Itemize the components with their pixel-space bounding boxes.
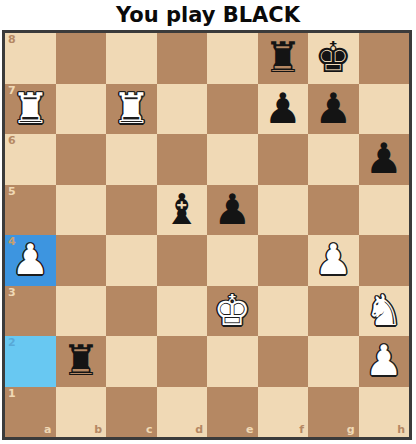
square-f1[interactable]: f — [258, 387, 309, 438]
square-d5[interactable]: ♝ — [157, 185, 208, 236]
file-label-a: a — [44, 424, 51, 436]
square-d8[interactable] — [157, 33, 208, 84]
square-h7[interactable] — [359, 84, 410, 135]
piece-white-knight[interactable]: ♞ — [359, 286, 410, 337]
square-a5[interactable]: 5 — [5, 185, 56, 236]
square-b6[interactable] — [56, 134, 107, 185]
piece-white-pawn[interactable]: ♟ — [308, 235, 359, 286]
square-e8[interactable] — [207, 33, 258, 84]
square-c4[interactable] — [106, 235, 157, 286]
square-a4[interactable]: 4♟ — [5, 235, 56, 286]
piece-white-pawn[interactable]: ♟ — [5, 235, 56, 286]
square-c7[interactable]: ♜ — [106, 84, 157, 135]
piece-black-rook[interactable]: ♜ — [56, 336, 107, 387]
rank-label-2: 2 — [8, 337, 16, 349]
chess-board: 8♜♚7♜♜♟♟6♟5♝♟4♟♟3♚♞2♜♟1abcdefgh — [2, 30, 412, 440]
square-a3[interactable]: 3 — [5, 286, 56, 337]
square-e4[interactable] — [207, 235, 258, 286]
square-c5[interactable] — [106, 185, 157, 236]
square-e3[interactable]: ♚ — [207, 286, 258, 337]
piece-white-rook[interactable]: ♜ — [106, 84, 157, 135]
square-c8[interactable] — [106, 33, 157, 84]
square-d4[interactable] — [157, 235, 208, 286]
square-e7[interactable] — [207, 84, 258, 135]
file-label-e: e — [246, 424, 253, 436]
square-h6[interactable]: ♟ — [359, 134, 410, 185]
rank-label-1: 1 — [8, 388, 16, 400]
square-b7[interactable] — [56, 84, 107, 135]
piece-white-pawn[interactable]: ♟ — [359, 336, 410, 387]
square-b3[interactable] — [56, 286, 107, 337]
square-e6[interactable] — [207, 134, 258, 185]
square-g3[interactable] — [308, 286, 359, 337]
square-a7[interactable]: 7♜ — [5, 84, 56, 135]
square-a6[interactable]: 6 — [5, 134, 56, 185]
piece-black-king[interactable]: ♚ — [308, 33, 359, 84]
rank-label-5: 5 — [8, 186, 16, 198]
piece-black-pawn[interactable]: ♟ — [308, 84, 359, 135]
piece-black-bishop[interactable]: ♝ — [157, 185, 208, 236]
square-f6[interactable] — [258, 134, 309, 185]
square-e2[interactable] — [207, 336, 258, 387]
square-g5[interactable] — [308, 185, 359, 236]
square-e1[interactable]: e — [207, 387, 258, 438]
square-g8[interactable]: ♚ — [308, 33, 359, 84]
square-c6[interactable] — [106, 134, 157, 185]
rank-label-8: 8 — [8, 34, 16, 46]
square-f5[interactable] — [258, 185, 309, 236]
piece-black-pawn[interactable]: ♟ — [258, 84, 309, 135]
square-b5[interactable] — [56, 185, 107, 236]
piece-black-rook[interactable]: ♜ — [258, 33, 309, 84]
square-d7[interactable] — [157, 84, 208, 135]
square-c1[interactable]: c — [106, 387, 157, 438]
square-d3[interactable] — [157, 286, 208, 337]
square-b2[interactable]: ♜ — [56, 336, 107, 387]
piece-white-rook[interactable]: ♜ — [5, 84, 56, 135]
rank-label-6: 6 — [8, 135, 16, 147]
square-h8[interactable] — [359, 33, 410, 84]
piece-white-king[interactable]: ♚ — [207, 286, 258, 337]
square-f8[interactable]: ♜ — [258, 33, 309, 84]
rank-label-3: 3 — [8, 287, 16, 299]
file-label-g: g — [347, 424, 355, 436]
square-h4[interactable] — [359, 235, 410, 286]
square-b1[interactable]: b — [56, 387, 107, 438]
square-c3[interactable] — [106, 286, 157, 337]
square-f7[interactable]: ♟ — [258, 84, 309, 135]
square-d1[interactable]: d — [157, 387, 208, 438]
square-h1[interactable]: h — [359, 387, 410, 438]
square-e5[interactable]: ♟ — [207, 185, 258, 236]
square-g4[interactable]: ♟ — [308, 235, 359, 286]
square-h3[interactable]: ♞ — [359, 286, 410, 337]
page-title: You play BLACK — [0, 0, 416, 30]
square-f2[interactable] — [258, 336, 309, 387]
square-d6[interactable] — [157, 134, 208, 185]
square-c2[interactable] — [106, 336, 157, 387]
square-h5[interactable] — [359, 185, 410, 236]
piece-black-pawn[interactable]: ♟ — [359, 134, 410, 185]
square-d2[interactable] — [157, 336, 208, 387]
square-g2[interactable] — [308, 336, 359, 387]
square-f4[interactable] — [258, 235, 309, 286]
square-h2[interactable]: ♟ — [359, 336, 410, 387]
file-label-d: d — [195, 424, 203, 436]
square-f3[interactable] — [258, 286, 309, 337]
file-label-b: b — [94, 424, 102, 436]
square-g1[interactable]: g — [308, 387, 359, 438]
square-a1[interactable]: 1a — [5, 387, 56, 438]
square-b8[interactable] — [56, 33, 107, 84]
square-b4[interactable] — [56, 235, 107, 286]
file-label-f: f — [299, 424, 304, 436]
square-g7[interactable]: ♟ — [308, 84, 359, 135]
square-a8[interactable]: 8 — [5, 33, 56, 84]
file-label-h: h — [397, 424, 405, 436]
square-a2[interactable]: 2 — [5, 336, 56, 387]
piece-black-pawn[interactable]: ♟ — [207, 185, 258, 236]
file-label-c: c — [146, 424, 153, 436]
square-g6[interactable] — [308, 134, 359, 185]
